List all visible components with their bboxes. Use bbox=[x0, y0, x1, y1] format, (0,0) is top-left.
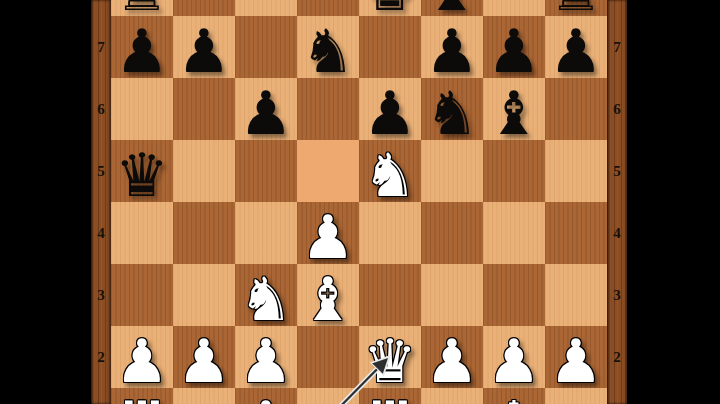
square-e1[interactable]: ♜ bbox=[359, 388, 421, 404]
black-pawn[interactable]: ♟ bbox=[549, 20, 603, 82]
square-d5[interactable] bbox=[297, 140, 359, 202]
square-d2[interactable] bbox=[297, 326, 359, 388]
square-e7[interactable] bbox=[359, 16, 421, 78]
square-e6[interactable]: ♟ bbox=[359, 78, 421, 140]
square-b5[interactable] bbox=[173, 140, 235, 202]
white-pawn[interactable]: ♟ bbox=[487, 330, 541, 392]
rank-label-2: 2 bbox=[607, 348, 627, 366]
rank-label-6: 6 bbox=[91, 100, 111, 118]
square-g7[interactable]: ♟ bbox=[483, 16, 545, 78]
square-b1[interactable] bbox=[173, 388, 235, 404]
square-f6[interactable]: ♞ bbox=[421, 78, 483, 140]
white-pawn[interactable]: ♟ bbox=[239, 330, 293, 392]
rank-label-4: 4 bbox=[91, 224, 111, 242]
square-b3[interactable] bbox=[173, 264, 235, 326]
white-king[interactable]: ♚ bbox=[487, 392, 541, 404]
square-g3[interactable] bbox=[483, 264, 545, 326]
square-h8[interactable]: ♜ bbox=[545, 0, 607, 16]
square-f2[interactable]: ♟ bbox=[421, 326, 483, 388]
square-a1[interactable]: ♜ bbox=[111, 388, 173, 404]
white-pawn[interactable]: ♟ bbox=[425, 330, 479, 392]
square-f4[interactable] bbox=[421, 202, 483, 264]
white-bishop[interactable]: ♝ bbox=[239, 392, 293, 404]
white-pawn[interactable]: ♟ bbox=[301, 206, 355, 268]
square-g4[interactable] bbox=[483, 202, 545, 264]
white-knight[interactable]: ♞ bbox=[363, 144, 417, 206]
square-f7[interactable]: ♟ bbox=[421, 16, 483, 78]
square-b7[interactable]: ♟ bbox=[173, 16, 235, 78]
board-frame-right: 765432 bbox=[607, 0, 627, 404]
square-c6[interactable]: ♟ bbox=[235, 78, 297, 140]
black-bishop[interactable]: ♝ bbox=[487, 82, 541, 144]
rank-label-3: 3 bbox=[91, 286, 111, 304]
square-f5[interactable] bbox=[421, 140, 483, 202]
chess-board[interactable]: ♜♚♝♜♟♟♞♟♟♟♟♟♞♝♛♞♟♞♝♟♟♟♛♟♟♟♜♝♜♚ bbox=[111, 0, 607, 404]
white-queen[interactable]: ♛ bbox=[363, 330, 417, 392]
white-pawn[interactable]: ♟ bbox=[549, 330, 603, 392]
square-b6[interactable] bbox=[173, 78, 235, 140]
square-c1[interactable]: ♝ bbox=[235, 388, 297, 404]
square-d8[interactable] bbox=[297, 0, 359, 16]
rank-label-4: 4 bbox=[607, 224, 627, 242]
square-c4[interactable] bbox=[235, 202, 297, 264]
black-queen[interactable]: ♛ bbox=[115, 144, 169, 206]
square-d7[interactable]: ♞ bbox=[297, 16, 359, 78]
square-a7[interactable]: ♟ bbox=[111, 16, 173, 78]
black-pawn[interactable]: ♟ bbox=[115, 20, 169, 82]
black-knight[interactable]: ♞ bbox=[425, 82, 479, 144]
square-e2[interactable]: ♛ bbox=[359, 326, 421, 388]
square-e5[interactable]: ♞ bbox=[359, 140, 421, 202]
black-pawn[interactable]: ♟ bbox=[363, 82, 417, 144]
square-f3[interactable] bbox=[421, 264, 483, 326]
square-c8[interactable] bbox=[235, 0, 297, 16]
square-d6[interactable] bbox=[297, 78, 359, 140]
square-g8[interactable] bbox=[483, 0, 545, 16]
square-h4[interactable] bbox=[545, 202, 607, 264]
square-a8[interactable]: ♜ bbox=[111, 0, 173, 16]
white-knight[interactable]: ♞ bbox=[239, 268, 293, 330]
rank-label-2: 2 bbox=[91, 348, 111, 366]
square-c7[interactable] bbox=[235, 16, 297, 78]
black-pawn[interactable]: ♟ bbox=[425, 20, 479, 82]
square-a2[interactable]: ♟ bbox=[111, 326, 173, 388]
rank-label-7: 7 bbox=[607, 38, 627, 56]
black-pawn[interactable]: ♟ bbox=[177, 20, 231, 82]
square-a6[interactable] bbox=[111, 78, 173, 140]
white-rook[interactable]: ♜ bbox=[363, 392, 417, 404]
black-knight[interactable]: ♞ bbox=[301, 20, 355, 82]
chess-video-frame: 765432 ♜♚♝♜♟♟♞♟♟♟♟♟♞♝♛♞♟♞♝♟♟♟♛♟♟♟♜♝♜♚ 76… bbox=[0, 0, 720, 404]
square-g5[interactable] bbox=[483, 140, 545, 202]
square-f8[interactable]: ♝ bbox=[421, 0, 483, 16]
square-d4[interactable]: ♟ bbox=[297, 202, 359, 264]
square-b4[interactable] bbox=[173, 202, 235, 264]
square-c2[interactable]: ♟ bbox=[235, 326, 297, 388]
white-rook[interactable]: ♜ bbox=[115, 392, 169, 404]
square-a5[interactable]: ♛ bbox=[111, 140, 173, 202]
square-e4[interactable] bbox=[359, 202, 421, 264]
board-frame-left: 765432 bbox=[91, 0, 111, 404]
rank-label-5: 5 bbox=[607, 162, 627, 180]
square-b2[interactable]: ♟ bbox=[173, 326, 235, 388]
square-a3[interactable] bbox=[111, 264, 173, 326]
square-f1[interactable] bbox=[421, 388, 483, 404]
square-h2[interactable]: ♟ bbox=[545, 326, 607, 388]
rank-label-7: 7 bbox=[91, 38, 111, 56]
square-h3[interactable] bbox=[545, 264, 607, 326]
square-e3[interactable] bbox=[359, 264, 421, 326]
rank-label-3: 3 bbox=[607, 286, 627, 304]
rank-label-5: 5 bbox=[91, 162, 111, 180]
square-h7[interactable]: ♟ bbox=[545, 16, 607, 78]
square-a4[interactable] bbox=[111, 202, 173, 264]
square-h5[interactable] bbox=[545, 140, 607, 202]
square-h6[interactable] bbox=[545, 78, 607, 140]
rank-label-6: 6 bbox=[607, 100, 627, 118]
square-c5[interactable] bbox=[235, 140, 297, 202]
square-h1[interactable] bbox=[545, 388, 607, 404]
square-b8[interactable] bbox=[173, 0, 235, 16]
square-g2[interactable]: ♟ bbox=[483, 326, 545, 388]
black-pawn[interactable]: ♟ bbox=[487, 20, 541, 82]
square-g1[interactable]: ♚ bbox=[483, 388, 545, 404]
black-pawn[interactable]: ♟ bbox=[239, 82, 293, 144]
square-g6[interactable]: ♝ bbox=[483, 78, 545, 140]
square-e8[interactable]: ♚ bbox=[359, 0, 421, 16]
white-pawn[interactable]: ♟ bbox=[177, 330, 231, 392]
white-bishop[interactable]: ♝ bbox=[301, 268, 355, 330]
square-d3[interactable]: ♝ bbox=[297, 264, 359, 326]
square-d1[interactable] bbox=[297, 388, 359, 404]
white-pawn[interactable]: ♟ bbox=[115, 330, 169, 392]
square-c3[interactable]: ♞ bbox=[235, 264, 297, 326]
